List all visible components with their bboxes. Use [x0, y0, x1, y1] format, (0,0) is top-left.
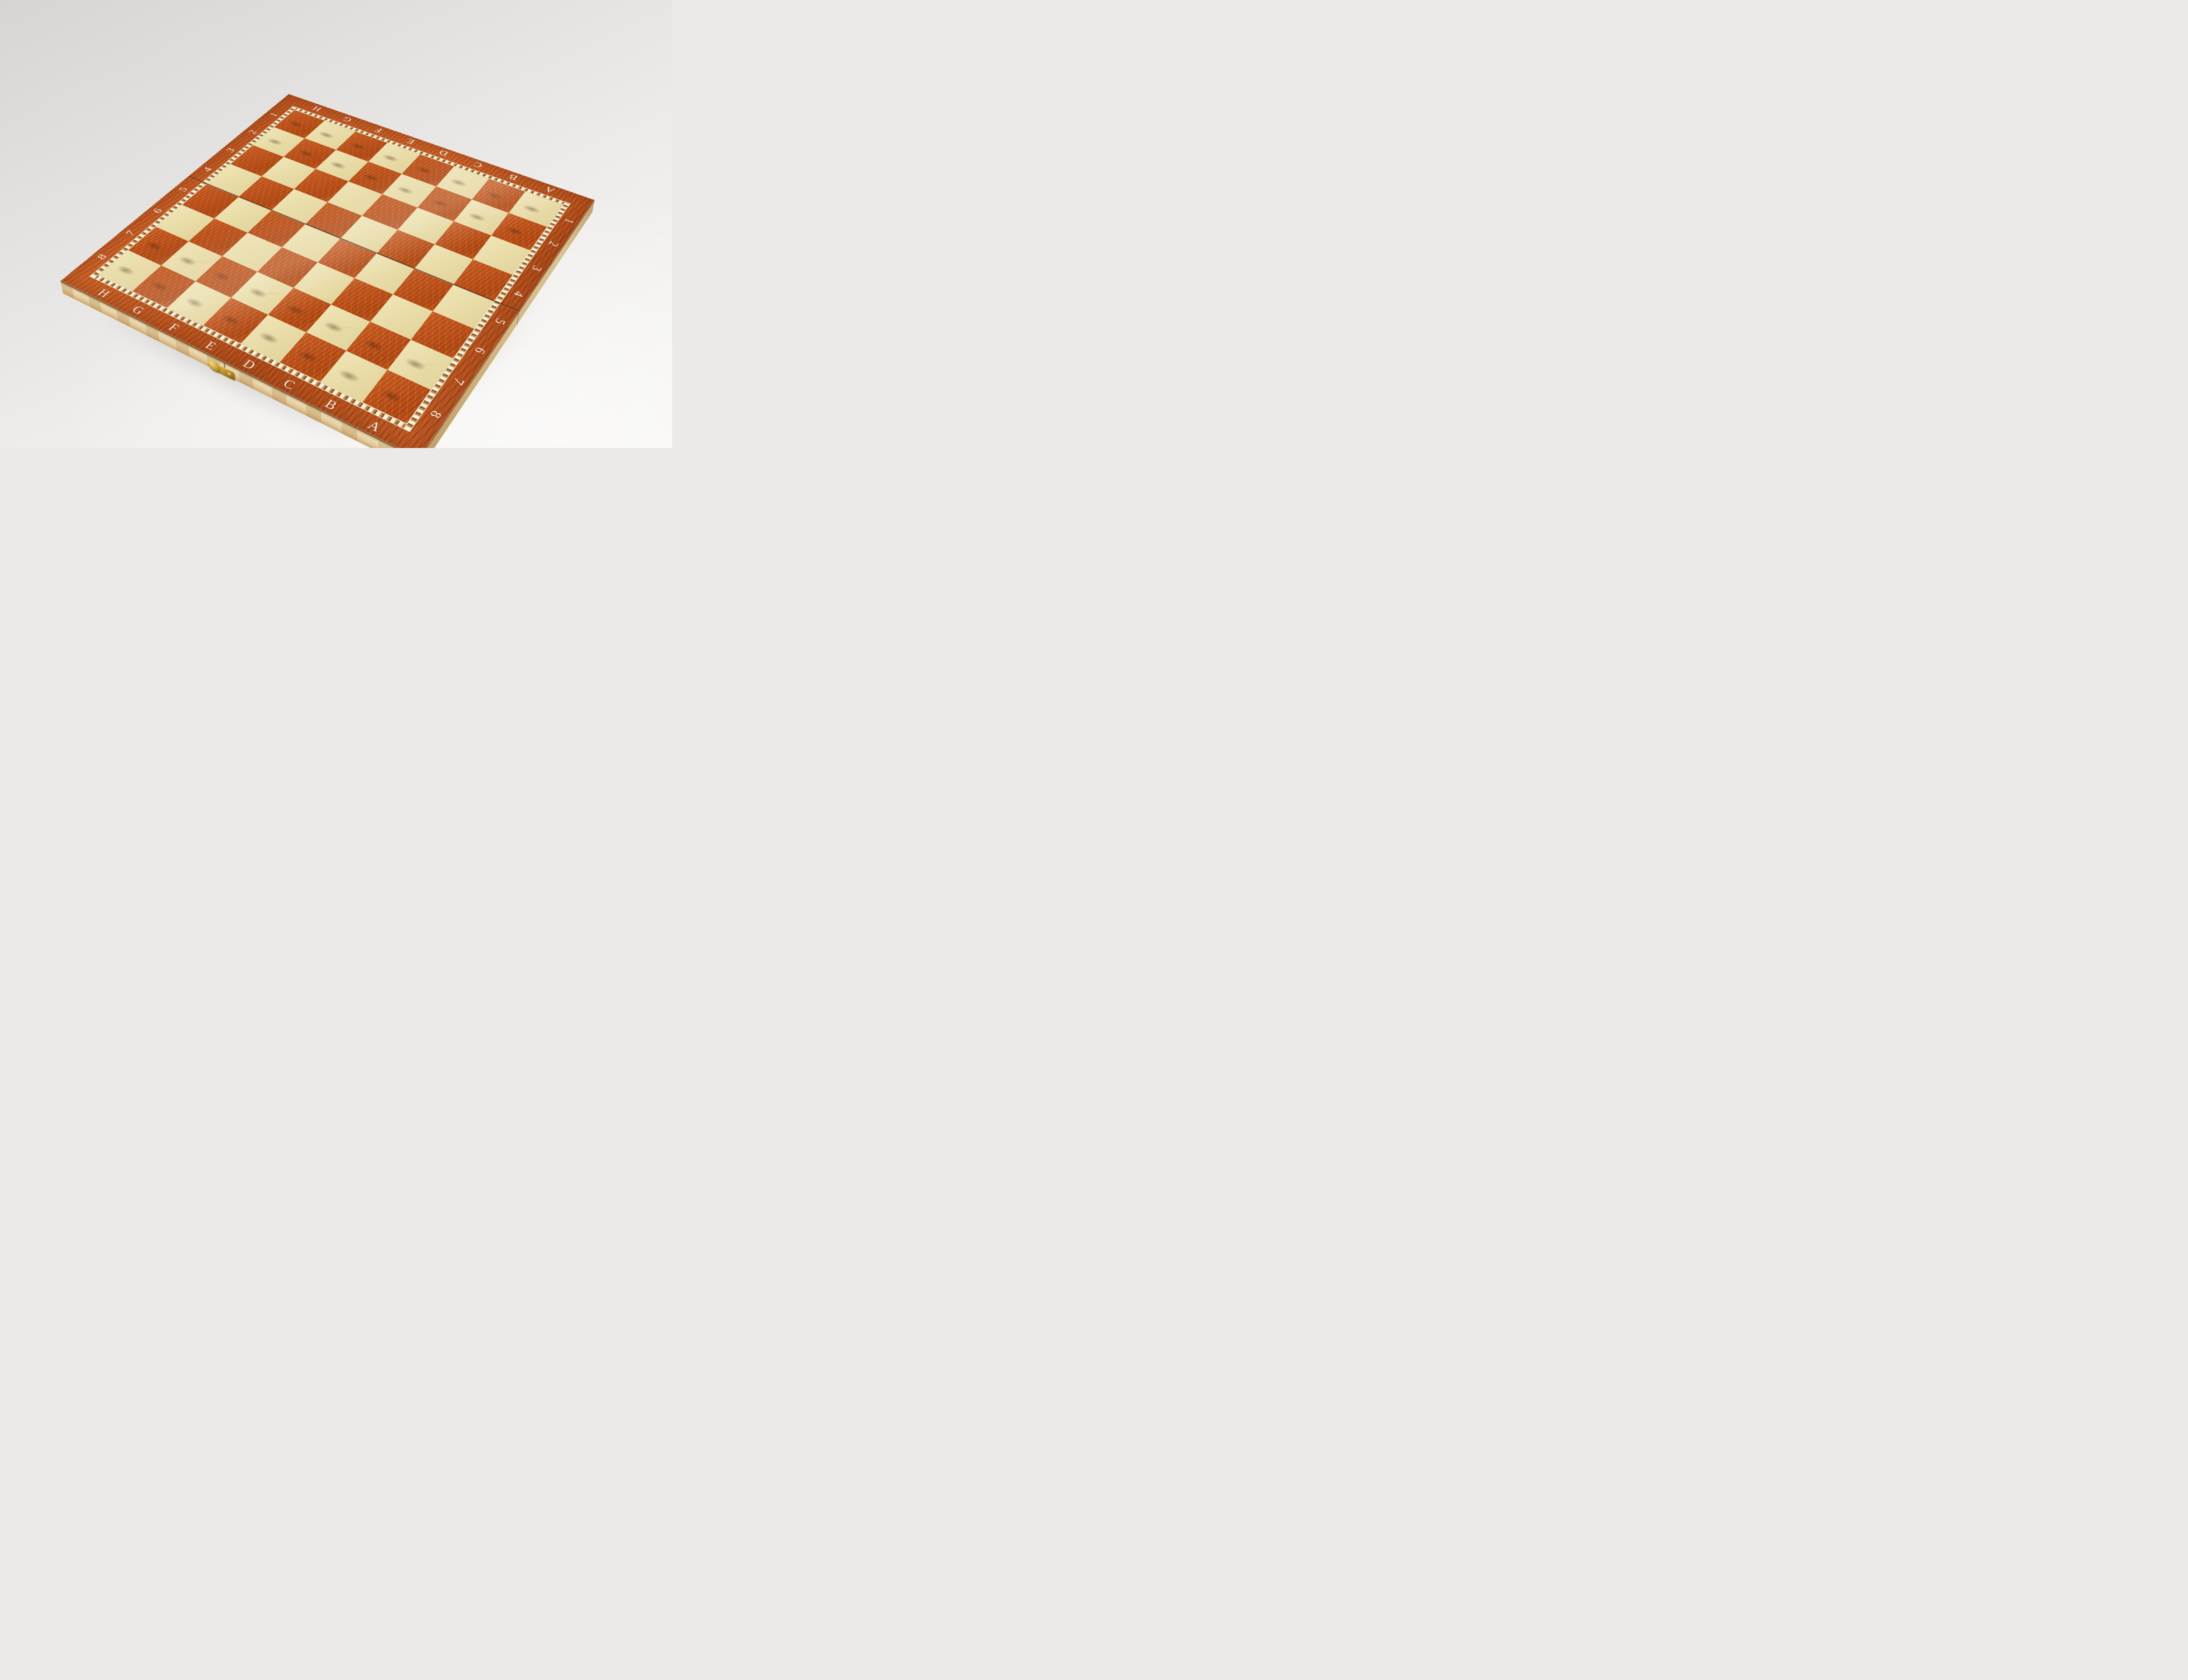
chess-board: ♜♞♛♝♚♝♞♜♟♟♟♟♟♟♟♟♟♟♟♟♟♟♟♟♜♞♛♝♚♝♞♜ HGFEDCB… — [61, 94, 595, 448]
board-top-surface: ♜♞♛♝♚♝♞♜♟♟♟♟♟♟♟♟♟♟♟♟♟♟♟♟♜♞♛♝♚♝♞♜ HGFEDCB… — [61, 94, 595, 448]
square-a2[interactable]: ♟ — [491, 213, 547, 250]
photo-stage: ♜♞♛♝♚♝♞♜♟♟♟♟♟♟♟♟♟♟♟♟♟♟♟♟♜♞♛♝♚♝♞♜ HGFEDCB… — [0, 0, 672, 448]
square-a8[interactable]: ♜ — [363, 370, 431, 423]
rook-glyph: ♜ — [367, 333, 427, 399]
scene: ♜♞♛♝♚♝♞♜♟♟♟♟♟♟♟♟♟♟♟♟♟♟♟♟♜♞♛♝♚♝♞♜ HGFEDCB… — [0, 0, 672, 448]
pawn-glyph: ♟ — [462, 176, 501, 220]
pawn-glyph: ♟ — [291, 115, 328, 156]
clasp-screw — [228, 372, 231, 377]
pawn-glyph: ♟ — [425, 163, 464, 206]
pawn-glyph: ♟ — [390, 150, 429, 193]
pawn-glyph: ♟ — [499, 189, 539, 234]
pawn-glyph: ♟ — [323, 126, 361, 168]
pawn-glyph: ♟ — [356, 138, 394, 180]
